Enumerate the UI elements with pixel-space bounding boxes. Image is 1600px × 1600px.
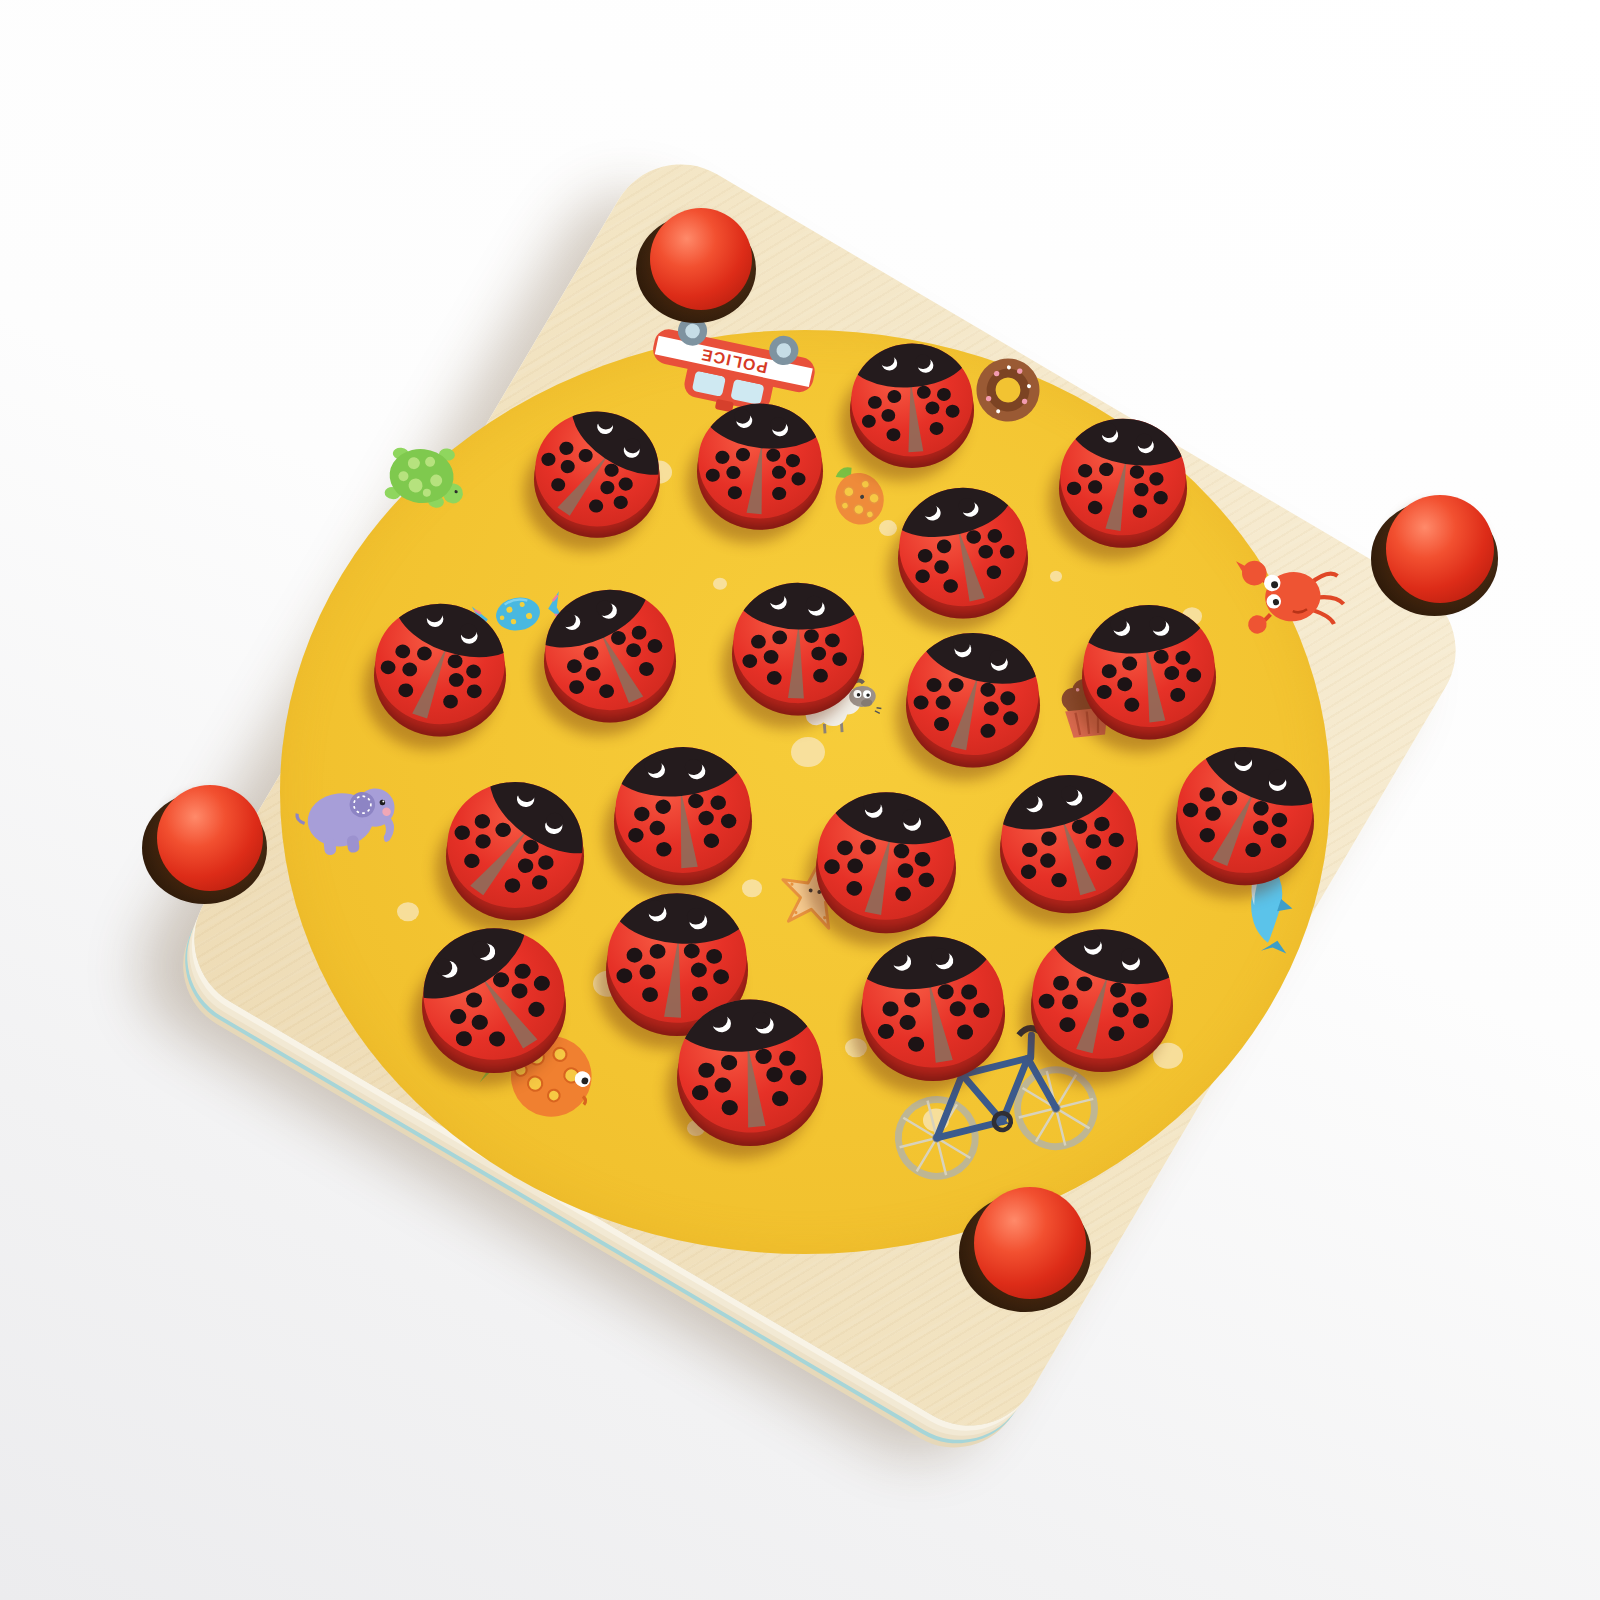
ladybug-piece[interactable] bbox=[898, 487, 1028, 608]
ladybug-face bbox=[509, 387, 685, 551]
ball-sphere bbox=[157, 785, 263, 891]
corner-ball-right[interactable] bbox=[1386, 501, 1494, 609]
ladybug-face bbox=[849, 924, 1016, 1079]
ladybug-face bbox=[884, 474, 1042, 621]
corner-ball-left[interactable] bbox=[157, 792, 263, 898]
ladybug-piece[interactable] bbox=[446, 781, 584, 909]
ladybug-face bbox=[607, 739, 759, 880]
product-photo-stage: POLICE bbox=[0, 0, 1600, 1600]
pale-dot bbox=[1050, 571, 1062, 582]
ladybug-face bbox=[803, 779, 969, 933]
ladybug-piece[interactable] bbox=[732, 582, 864, 705]
ladybug-piece[interactable] bbox=[614, 745, 752, 873]
ladybug-piece[interactable] bbox=[422, 927, 566, 1061]
ladybug-piece[interactable] bbox=[374, 603, 506, 726]
ladybug-piece[interactable] bbox=[861, 935, 1005, 1069]
ladybug-piece[interactable] bbox=[850, 342, 974, 457]
ladybug-face bbox=[892, 619, 1054, 770]
ladybug-piece[interactable] bbox=[677, 998, 823, 1134]
ladybug-face bbox=[691, 396, 829, 525]
ladybug-face bbox=[982, 758, 1156, 920]
ladybug-piece[interactable] bbox=[1031, 928, 1173, 1060]
ladybug-face bbox=[846, 338, 978, 461]
ladybug-piece[interactable] bbox=[1059, 417, 1187, 536]
ladybug-face bbox=[670, 991, 830, 1140]
ladybug-face bbox=[730, 580, 867, 707]
ladybug-face bbox=[355, 585, 524, 742]
crab-icon bbox=[1225, 540, 1355, 650]
ladybug-face bbox=[394, 901, 594, 1087]
donut-icon bbox=[967, 350, 1048, 431]
ladybug-face bbox=[1015, 912, 1191, 1075]
corner-ball-bottom[interactable] bbox=[974, 1194, 1086, 1306]
ball-sphere bbox=[650, 208, 752, 310]
ball-sphere bbox=[1386, 495, 1494, 603]
ladybug-face bbox=[521, 568, 698, 732]
pale-dot bbox=[791, 737, 825, 767]
ladybug-piece[interactable] bbox=[1176, 745, 1314, 873]
turtle-icon bbox=[374, 430, 477, 524]
ladybug-piece[interactable] bbox=[1000, 774, 1138, 902]
ladybug-piece[interactable] bbox=[534, 410, 660, 527]
ladybug-face bbox=[1049, 408, 1197, 546]
ladybug-piece[interactable] bbox=[816, 791, 956, 921]
ladybug-piece[interactable] bbox=[906, 632, 1040, 757]
ladybug-piece[interactable] bbox=[544, 588, 676, 711]
ladybug-face bbox=[1073, 595, 1224, 736]
ladybug-piece[interactable] bbox=[697, 402, 823, 519]
elephant-icon bbox=[284, 758, 416, 871]
ladybug-piece[interactable] bbox=[1082, 603, 1216, 728]
ball-sphere bbox=[974, 1187, 1086, 1299]
ladybug-face bbox=[1154, 725, 1336, 894]
corner-ball-top[interactable] bbox=[650, 215, 752, 317]
